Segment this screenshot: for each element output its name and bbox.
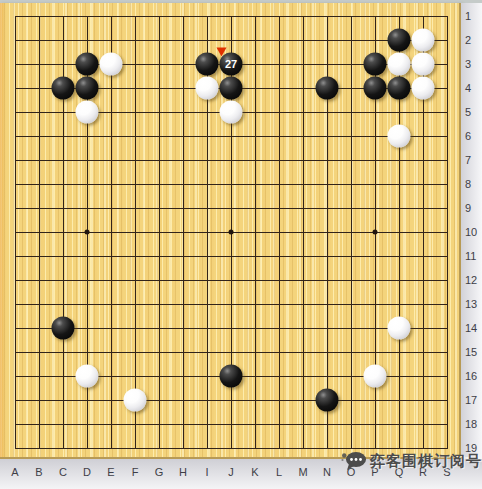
- stone-white: [388, 317, 411, 340]
- move-number-label: 27: [225, 59, 237, 70]
- column-label-K: K: [247, 465, 263, 479]
- row-label-3: 3: [465, 57, 471, 71]
- stone-black: [220, 77, 243, 100]
- stone-white: [388, 53, 411, 76]
- column-label-B: B: [31, 465, 47, 479]
- column-label-E: E: [103, 465, 119, 479]
- row-label-13: 13: [465, 297, 477, 311]
- stone-white: [388, 125, 411, 148]
- column-label-F: F: [127, 465, 143, 479]
- row-label-11: 11: [465, 249, 476, 263]
- row-label-17: 17: [465, 393, 477, 407]
- row-label-6: 6: [465, 129, 471, 143]
- star-point: [373, 230, 378, 235]
- row-label-14: 14: [465, 321, 477, 335]
- stone-white: [196, 77, 219, 100]
- row-label-8: 8: [465, 177, 471, 191]
- column-label-J: J: [223, 465, 239, 479]
- row-label-5: 5: [465, 105, 471, 119]
- watermark-text: 弈客围棋订阅号: [370, 452, 482, 471]
- stone-black: [76, 53, 99, 76]
- stone-white: [220, 101, 243, 124]
- go-board: 27: [0, 3, 461, 459]
- stone-black: [388, 29, 411, 52]
- stone-black: [52, 317, 75, 340]
- last-move-triangle-icon: [217, 48, 227, 57]
- row-label-18: 18: [465, 417, 477, 431]
- row-coordinates-strip: 12345678910111213141516171819: [461, 3, 482, 457]
- stone-black: [52, 77, 75, 100]
- column-label-M: M: [295, 465, 311, 479]
- board-grid: 27: [15, 16, 448, 449]
- column-label-H: H: [175, 465, 191, 479]
- stone-black: [364, 53, 387, 76]
- row-label-4: 4: [465, 81, 471, 95]
- star-point: [229, 230, 234, 235]
- column-label-C: C: [55, 465, 71, 479]
- stone-black: [316, 389, 339, 412]
- star-point: [85, 230, 90, 235]
- row-label-16: 16: [465, 369, 477, 383]
- row-label-12: 12: [465, 273, 477, 287]
- column-label-G: G: [151, 465, 167, 479]
- row-label-1: 1: [465, 9, 471, 23]
- column-label-D: D: [79, 465, 95, 479]
- stone-black: [220, 365, 243, 388]
- chat-bubble-icon: [341, 451, 367, 471]
- stone-black: [388, 77, 411, 100]
- go-diagram: 27 12345678910111213141516171819 ABCDEFG…: [0, 0, 482, 489]
- stone-white: [100, 53, 123, 76]
- stone-white: [412, 77, 435, 100]
- stone-white: [76, 365, 99, 388]
- row-label-2: 2: [465, 33, 471, 47]
- stone-white: [412, 53, 435, 76]
- column-label-A: A: [7, 465, 23, 479]
- stone-black-move-27: 27: [220, 53, 243, 76]
- stone-white: [124, 389, 147, 412]
- row-label-10: 10: [465, 225, 477, 239]
- row-label-9: 9: [465, 201, 471, 215]
- stone-black: [196, 53, 219, 76]
- row-label-7: 7: [465, 153, 471, 167]
- stone-black: [316, 77, 339, 100]
- stone-black: [364, 77, 387, 100]
- column-label-L: L: [271, 465, 287, 479]
- stone-black: [76, 77, 99, 100]
- column-label-I: I: [199, 465, 215, 479]
- watermark: 弈客围棋订阅号: [341, 451, 482, 471]
- column-label-N: N: [319, 465, 335, 479]
- stone-white: [76, 101, 99, 124]
- stone-white: [364, 365, 387, 388]
- stone-white: [412, 29, 435, 52]
- row-label-15: 15: [465, 345, 477, 359]
